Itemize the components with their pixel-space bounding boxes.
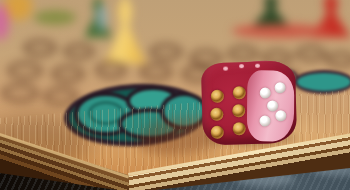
teal-circle-right-edge <box>294 70 350 94</box>
boardgame-photo <box>0 0 350 190</box>
red-die <box>201 61 297 145</box>
